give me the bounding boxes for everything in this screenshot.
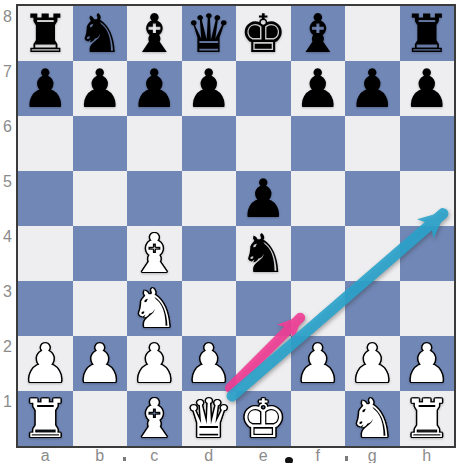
file-label-d: d	[182, 448, 237, 463]
piece-white-rook[interactable]: ♜	[400, 391, 455, 446]
piece-white-pawn[interactable]: ♟	[73, 336, 128, 391]
square-d5[interactable]	[182, 171, 237, 226]
square-e4[interactable]: ♞	[236, 226, 291, 281]
square-c5[interactable]	[127, 171, 182, 226]
square-c8[interactable]: ♝	[127, 6, 182, 61]
piece-black-pawn[interactable]: ♟	[182, 61, 237, 116]
file-label-b: b	[73, 448, 128, 463]
square-a3[interactable]	[18, 281, 73, 336]
square-h1[interactable]: ♜	[400, 391, 455, 446]
square-b6[interactable]	[73, 116, 128, 171]
file-label-e: e	[236, 448, 291, 463]
square-f5[interactable]	[291, 171, 346, 226]
square-h2[interactable]: ♟	[400, 336, 455, 391]
square-h7[interactable]: ♟	[400, 61, 455, 116]
square-h5[interactable]	[400, 171, 455, 226]
rank-label-6: 6	[1, 118, 14, 136]
file-label-c: c	[127, 448, 182, 463]
piece-white-pawn[interactable]: ♟	[18, 336, 73, 391]
square-a4[interactable]	[18, 226, 73, 281]
square-a2[interactable]: ♟	[18, 336, 73, 391]
piece-white-bishop[interactable]: ♝	[127, 226, 182, 281]
square-f7[interactable]: ♟	[291, 61, 346, 116]
piece-black-queen[interactable]: ♛	[182, 6, 237, 61]
square-g4[interactable]	[345, 226, 400, 281]
piece-white-pawn[interactable]: ♟	[182, 336, 237, 391]
cropped-artifact	[285, 457, 293, 463]
square-b8[interactable]: ♞	[73, 6, 128, 61]
square-e8[interactable]: ♚	[236, 6, 291, 61]
square-h4[interactable]	[400, 226, 455, 281]
square-a1[interactable]: ♜	[18, 391, 73, 446]
square-d4[interactable]	[182, 226, 237, 281]
square-c6[interactable]	[127, 116, 182, 171]
square-a8[interactable]: ♜	[18, 6, 73, 61]
chess-board[interactable]: ♜♞♝♛♚♝♜♟♟♟♟♟♟♟♟♝♞♞♟♟♟♟♟♟♟♜♝♛♚♞♜	[16, 4, 456, 448]
square-c2[interactable]: ♟	[127, 336, 182, 391]
square-g1[interactable]: ♞	[345, 391, 400, 446]
file-label-h: h	[400, 448, 455, 463]
cropped-artifact	[123, 457, 126, 461]
piece-black-knight[interactable]: ♞	[236, 226, 291, 281]
square-d1[interactable]: ♛	[182, 391, 237, 446]
piece-black-pawn[interactable]: ♟	[73, 61, 128, 116]
square-d6[interactable]	[182, 116, 237, 171]
square-e6[interactable]	[236, 116, 291, 171]
square-g2[interactable]: ♟	[345, 336, 400, 391]
piece-black-pawn[interactable]: ♟	[400, 61, 455, 116]
rank-label-7: 7	[1, 63, 14, 81]
piece-black-king[interactable]: ♚	[236, 6, 291, 61]
square-e5[interactable]: ♟	[236, 171, 291, 226]
piece-black-pawn[interactable]: ♟	[18, 61, 73, 116]
file-label-g: g	[345, 448, 400, 463]
square-d2[interactable]: ♟	[182, 336, 237, 391]
rank-label-4: 4	[1, 228, 14, 246]
piece-white-queen[interactable]: ♛	[182, 391, 237, 446]
square-d3[interactable]	[182, 281, 237, 336]
rank-label-1: 1	[1, 393, 14, 411]
piece-white-pawn[interactable]: ♟	[345, 336, 400, 391]
square-f4[interactable]	[291, 226, 346, 281]
square-a6[interactable]	[18, 116, 73, 171]
piece-white-rook[interactable]: ♜	[18, 391, 73, 446]
square-g6[interactable]	[345, 116, 400, 171]
square-c3[interactable]: ♞	[127, 281, 182, 336]
rank-label-2: 2	[1, 338, 14, 356]
square-b2[interactable]: ♟	[73, 336, 128, 391]
square-a5[interactable]	[18, 171, 73, 226]
square-f6[interactable]	[291, 116, 346, 171]
square-c4[interactable]: ♝	[127, 226, 182, 281]
square-b5[interactable]	[73, 171, 128, 226]
piece-black-pawn[interactable]: ♟	[345, 61, 400, 116]
piece-white-pawn[interactable]: ♟	[127, 336, 182, 391]
square-g7[interactable]: ♟	[345, 61, 400, 116]
piece-black-rook[interactable]: ♜	[400, 6, 455, 61]
rank-label-3: 3	[1, 283, 14, 301]
square-d7[interactable]: ♟	[182, 61, 237, 116]
square-b4[interactable]	[73, 226, 128, 281]
piece-white-king[interactable]: ♚	[236, 391, 291, 446]
rank-label-8: 8	[1, 8, 14, 26]
square-h6[interactable]	[400, 116, 455, 171]
square-a7[interactable]: ♟	[18, 61, 73, 116]
piece-black-pawn[interactable]: ♟	[291, 61, 346, 116]
piece-white-knight[interactable]: ♞	[127, 281, 182, 336]
file-label-a: a	[18, 448, 73, 463]
square-g5[interactable]	[345, 171, 400, 226]
file-label-f: f	[291, 448, 346, 463]
square-h8[interactable]: ♜	[400, 6, 455, 61]
square-c1[interactable]: ♝	[127, 391, 182, 446]
piece-black-bishop[interactable]: ♝	[291, 6, 346, 61]
square-c7[interactable]: ♟	[127, 61, 182, 116]
piece-white-pawn[interactable]: ♟	[400, 336, 455, 391]
square-h3[interactable]	[400, 281, 455, 336]
square-f2[interactable]: ♟	[291, 336, 346, 391]
piece-black-rook[interactable]: ♜	[18, 6, 73, 61]
piece-black-pawn[interactable]: ♟	[236, 171, 291, 226]
square-f3[interactable]	[291, 281, 346, 336]
square-e1[interactable]: ♚	[236, 391, 291, 446]
square-g8[interactable]	[345, 6, 400, 61]
piece-white-bishop[interactable]: ♝	[127, 391, 182, 446]
square-g3[interactable]	[345, 281, 400, 336]
cropped-artifact	[345, 456, 348, 461]
piece-black-bishop[interactable]: ♝	[127, 6, 182, 61]
piece-white-knight[interactable]: ♞	[345, 391, 400, 446]
piece-black-knight[interactable]: ♞	[73, 6, 128, 61]
square-b1[interactable]	[73, 391, 128, 446]
chess-board-screenshot: ♜♞♝♛♚♝♜♟♟♟♟♟♟♟♟♝♞♞♟♟♟♟♟♟♟♜♝♛♚♞♜ 87654321…	[0, 0, 458, 463]
square-f8[interactable]: ♝	[291, 6, 346, 61]
piece-white-pawn[interactable]: ♟	[291, 336, 346, 391]
square-f1[interactable]	[291, 391, 346, 446]
square-b3[interactable]	[73, 281, 128, 336]
rank-label-5: 5	[1, 173, 14, 191]
square-e7[interactable]	[236, 61, 291, 116]
square-e3[interactable]	[236, 281, 291, 336]
square-b7[interactable]: ♟	[73, 61, 128, 116]
piece-black-pawn[interactable]: ♟	[127, 61, 182, 116]
square-e2[interactable]	[236, 336, 291, 391]
square-d8[interactable]: ♛	[182, 6, 237, 61]
